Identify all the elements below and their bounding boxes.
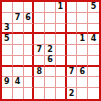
sudoku-cell[interactable]: 6 (77, 67, 88, 78)
sudoku-cell[interactable]: 2 (67, 88, 78, 99)
sudoku-cell[interactable] (24, 24, 35, 35)
sudoku-cell[interactable] (24, 45, 35, 56)
sudoku-cell[interactable] (34, 34, 45, 45)
sudoku-cell[interactable] (13, 56, 24, 67)
sudoku-cell[interactable] (77, 77, 88, 88)
sudoku-cell[interactable]: 4 (13, 77, 24, 88)
sudoku-cell[interactable] (88, 45, 99, 56)
sudoku-cell[interactable] (77, 13, 88, 24)
sudoku-cell[interactable]: 9 (2, 77, 13, 88)
sudoku-cell[interactable] (34, 13, 45, 24)
sudoku-cell[interactable] (13, 24, 24, 35)
sudoku-cell[interactable] (2, 13, 13, 24)
sudoku-cell[interactable] (2, 45, 13, 56)
sudoku-cell[interactable] (2, 56, 13, 67)
sudoku-cell[interactable] (13, 2, 24, 13)
sudoku-cell[interactable]: 8 (34, 67, 45, 78)
sudoku-cell[interactable] (77, 56, 88, 67)
sudoku-cell[interactable] (13, 67, 24, 78)
sudoku-cell[interactable] (67, 45, 78, 56)
sudoku-cell[interactable] (56, 56, 67, 67)
sudoku-cell[interactable]: 7 (67, 67, 78, 78)
sudoku-cell[interactable] (56, 34, 67, 45)
sudoku-cell[interactable] (67, 34, 78, 45)
sudoku-cell[interactable] (88, 24, 99, 35)
sudoku-cell[interactable] (2, 2, 13, 13)
sudoku-cell[interactable] (56, 77, 67, 88)
sudoku-cell[interactable] (2, 88, 13, 99)
sudoku-board: 15763514726876942 (0, 0, 101, 101)
sudoku-cell[interactable] (88, 13, 99, 24)
sudoku-cell[interactable] (24, 67, 35, 78)
sudoku-cell[interactable] (2, 67, 13, 78)
sudoku-cell[interactable] (88, 88, 99, 99)
sudoku-cell[interactable] (77, 45, 88, 56)
sudoku-cell[interactable] (45, 67, 56, 78)
sudoku-cell[interactable] (77, 88, 88, 99)
sudoku-cell[interactable] (45, 2, 56, 13)
sudoku-cell[interactable]: 6 (45, 56, 56, 67)
sudoku-cell[interactable]: 5 (88, 2, 99, 13)
sudoku-cell[interactable] (88, 77, 99, 88)
sudoku-cell[interactable]: 5 (2, 34, 13, 45)
sudoku-cell[interactable] (67, 77, 78, 88)
sudoku-cell[interactable] (67, 2, 78, 13)
sudoku-cell[interactable] (45, 13, 56, 24)
sudoku-cell[interactable]: 1 (56, 2, 67, 13)
sudoku-cell[interactable] (24, 88, 35, 99)
sudoku-cell[interactable] (34, 56, 45, 67)
sudoku-cell[interactable] (88, 67, 99, 78)
sudoku-cell[interactable]: 6 (24, 13, 35, 24)
sudoku-cell[interactable] (45, 34, 56, 45)
sudoku-cell[interactable] (24, 56, 35, 67)
sudoku-cell[interactable] (56, 67, 67, 78)
sudoku-cell[interactable] (13, 34, 24, 45)
sudoku-cell[interactable] (67, 24, 78, 35)
sudoku-cell[interactable] (24, 77, 35, 88)
sudoku-cell[interactable] (77, 24, 88, 35)
sudoku-cell[interactable] (77, 2, 88, 13)
sudoku-cell[interactable] (24, 2, 35, 13)
sudoku-cell[interactable] (34, 24, 45, 35)
sudoku-cell[interactable] (34, 2, 45, 13)
sudoku-cell[interactable]: 1 (77, 34, 88, 45)
sudoku-cell[interactable] (13, 45, 24, 56)
sudoku-cell[interactable] (56, 13, 67, 24)
sudoku-cell[interactable] (34, 77, 45, 88)
sudoku-cell[interactable] (88, 56, 99, 67)
sudoku-cell[interactable]: 7 (34, 45, 45, 56)
sudoku-cell[interactable] (13, 88, 24, 99)
sudoku-cell[interactable] (56, 24, 67, 35)
sudoku-cell[interactable]: 4 (88, 34, 99, 45)
sudoku-cell[interactable] (56, 45, 67, 56)
sudoku-cell[interactable]: 3 (2, 24, 13, 35)
sudoku-cell[interactable] (45, 24, 56, 35)
sudoku-cell[interactable] (45, 88, 56, 99)
sudoku-cell[interactable] (67, 13, 78, 24)
sudoku-cell[interactable] (24, 34, 35, 45)
sudoku-cell[interactable]: 7 (13, 13, 24, 24)
sudoku-cell[interactable] (56, 88, 67, 99)
sudoku-cell[interactable] (67, 56, 78, 67)
sudoku-cell[interactable] (45, 77, 56, 88)
sudoku-cell[interactable]: 2 (45, 45, 56, 56)
sudoku-cell[interactable] (34, 88, 45, 99)
